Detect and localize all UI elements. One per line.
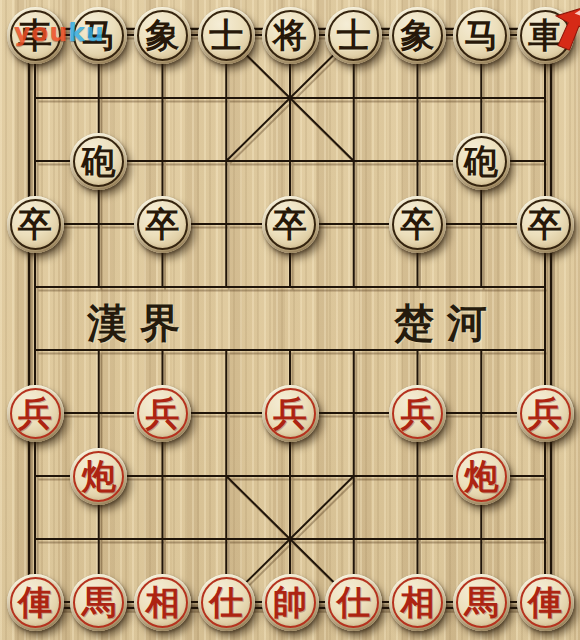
piece-red-soldier[interactable]: 兵 [258, 382, 322, 445]
piece-red-soldier[interactable]: 兵 [386, 382, 450, 445]
piece-black-soldier[interactable]: 卒 [131, 193, 195, 256]
piece-red-soldier[interactable]: 兵 [131, 382, 195, 445]
xiangqi-board-screen: 漢界 楚河 車马象士将士象马車砲砲卒卒卒卒卒兵兵兵兵兵炮炮俥馬相仕帥仕相馬俥 y… [0, 0, 580, 640]
piece-red-cannon[interactable]: 炮 [67, 445, 131, 508]
piece-black-soldier[interactable]: 卒 [258, 193, 322, 256]
piece-red-cannon[interactable]: 炮 [449, 445, 513, 508]
piece-black-advisor[interactable]: 士 [194, 4, 258, 67]
piece-red-elephant[interactable]: 相 [386, 571, 450, 634]
piece-red-advisor[interactable]: 仕 [194, 571, 258, 634]
piece-red-elephant[interactable]: 相 [131, 571, 195, 634]
piece-black-cannon[interactable]: 砲 [67, 130, 131, 193]
piece-black-soldier[interactable]: 卒 [386, 193, 450, 256]
piece-black-advisor[interactable]: 士 [322, 4, 386, 67]
piece-black-cannon[interactable]: 砲 [449, 130, 513, 193]
piece-red-horse[interactable]: 馬 [449, 571, 513, 634]
piece-red-chariot[interactable]: 俥 [3, 571, 67, 634]
piece-red-soldier[interactable]: 兵 [513, 382, 577, 445]
piece-red-advisor[interactable]: 仕 [322, 571, 386, 634]
piece-black-soldier[interactable]: 卒 [513, 193, 577, 256]
piece-black-elephant[interactable]: 象 [386, 4, 450, 67]
youku-watermark: youku [14, 18, 105, 47]
watermark-text-you: you [14, 18, 68, 47]
piece-red-soldier[interactable]: 兵 [3, 382, 67, 445]
piece-red-general[interactable]: 帥 [258, 571, 322, 634]
piece-red-horse[interactable]: 馬 [67, 571, 131, 634]
piece-red-chariot[interactable]: 俥 [513, 571, 577, 634]
piece-black-general[interactable]: 将 [258, 4, 322, 67]
board-grid[interactable]: 車马象士将士象马車砲砲卒卒卒卒卒兵兵兵兵兵炮炮俥馬相仕帥仕相馬俥 [3, 4, 577, 634]
piece-black-elephant[interactable]: 象 [131, 4, 195, 67]
piece-black-soldier[interactable]: 卒 [3, 193, 67, 256]
piece-black-horse[interactable]: 马 [449, 4, 513, 67]
watermark-text-ku: ku [68, 18, 104, 47]
